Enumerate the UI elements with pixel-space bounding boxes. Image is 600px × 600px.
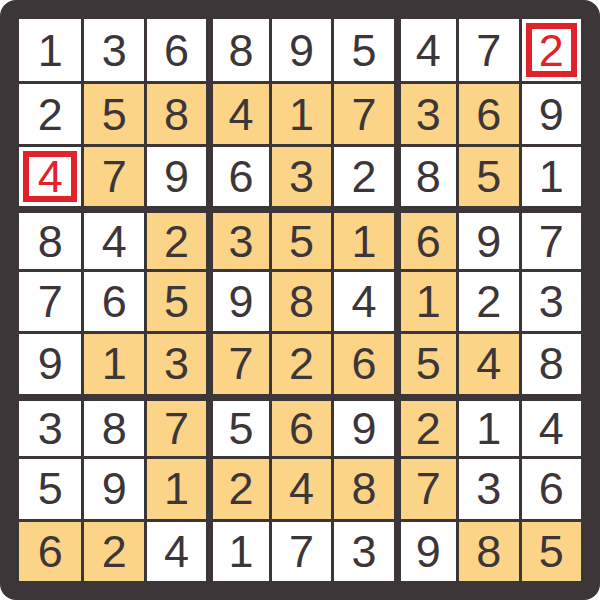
cell-value: 2	[289, 341, 314, 386]
cell-value: 6	[539, 466, 564, 511]
sudoku-cell-r4c6[interactable]: 1	[331, 206, 393, 268]
cell-value: 1	[102, 341, 127, 386]
cell-value: 8	[351, 466, 376, 511]
sudoku-cell-r7c3[interactable]: 7	[144, 394, 206, 456]
sudoku-cell-r3c2[interactable]: 7	[81, 144, 143, 206]
sudoku-cell-r6c8[interactable]: 4	[456, 331, 518, 393]
sudoku-cell-r5c2[interactable]: 6	[81, 269, 143, 331]
sudoku-cell-r5c9[interactable]: 3	[519, 269, 581, 331]
sudoku-cell-r2c2[interactable]: 5	[81, 81, 143, 143]
cell-value: 4	[102, 219, 127, 264]
sudoku-cell-r1c5[interactable]: 9	[269, 19, 331, 81]
sudoku-cell-r7c6[interactable]: 9	[331, 394, 393, 456]
sudoku-cell-r9c5[interactable]: 7	[269, 519, 331, 581]
cell-value: 7	[102, 154, 127, 199]
cell-value: 9	[539, 92, 564, 137]
cell-value: 2	[416, 406, 441, 451]
sudoku-cell-r2c1[interactable]: 2	[19, 81, 81, 143]
sudoku-cell-r5c5[interactable]: 8	[269, 269, 331, 331]
sudoku-cell-r1c9[interactable]: 2	[519, 19, 581, 81]
cell-value: 8	[102, 406, 127, 451]
sudoku-cell-r1c4[interactable]: 8	[206, 19, 268, 81]
cell-value: 3	[38, 406, 63, 451]
cell-value: 1	[289, 92, 314, 137]
cell-value: 4	[416, 28, 441, 73]
sudoku-cell-r4c7[interactable]: 6	[394, 206, 456, 268]
sudoku-cell-r3c5[interactable]: 3	[269, 144, 331, 206]
cell-value: 4	[539, 406, 564, 451]
sudoku-cell-r6c9[interactable]: 8	[519, 331, 581, 393]
cell-value: 5	[539, 529, 564, 574]
sudoku-cell-r7c1[interactable]: 3	[19, 394, 81, 456]
cell-value: 2	[102, 529, 127, 574]
cell-value: 6	[164, 28, 189, 73]
cell-value: 9	[351, 406, 376, 451]
sudoku-cell-r8c4[interactable]: 2	[206, 456, 268, 518]
cell-value: 6	[38, 529, 63, 574]
sudoku-cell-r8c9[interactable]: 6	[519, 456, 581, 518]
cell-value: 3	[539, 279, 564, 324]
cell-value: 8	[476, 529, 501, 574]
cell-value: 5	[351, 28, 376, 73]
cell-value: 4	[476, 341, 501, 386]
sudoku-cell-r2c4[interactable]: 4	[206, 81, 268, 143]
cell-value: 6	[351, 341, 376, 386]
sudoku-cell-r5c6[interactable]: 4	[331, 269, 393, 331]
sudoku-cell-r9c2[interactable]: 2	[81, 519, 143, 581]
sudoku-cell-r5c4[interactable]: 9	[206, 269, 268, 331]
sudoku-cell-r6c3[interactable]: 3	[144, 331, 206, 393]
cell-value: 4	[229, 92, 254, 137]
cell-value: 7	[416, 466, 441, 511]
cell-value: 8	[38, 219, 63, 264]
sudoku-cell-r7c4[interactable]: 5	[206, 394, 268, 456]
sudoku-cell-r3c9[interactable]: 1	[519, 144, 581, 206]
sudoku-board: 1368954722584173694796328518423516977659…	[0, 0, 600, 600]
sudoku-cell-r8c3[interactable]: 1	[144, 456, 206, 518]
sudoku-cell-r2c5[interactable]: 1	[269, 81, 331, 143]
sudoku-cell-r9c4[interactable]: 1	[206, 519, 268, 581]
cell-value: 9	[38, 341, 63, 386]
cell-value: 9	[476, 219, 501, 264]
cell-value: 9	[164, 154, 189, 199]
cell-value: 2	[476, 279, 501, 324]
sudoku-cell-r3c6[interactable]: 2	[331, 144, 393, 206]
cell-value: 6	[476, 92, 501, 137]
cell-value: 4	[164, 529, 189, 574]
cell-value: 4	[351, 279, 376, 324]
cell-value: 8	[289, 279, 314, 324]
cell-value: 9	[102, 466, 127, 511]
cell-value: 3	[351, 529, 376, 574]
cell-value: 1	[539, 154, 564, 199]
cell-value: 2	[539, 28, 564, 73]
sudoku-cell-r5c3[interactable]: 5	[144, 269, 206, 331]
sudoku-cell-r6c6[interactable]: 6	[331, 331, 393, 393]
sudoku-cell-r3c7[interactable]: 8	[394, 144, 456, 206]
cell-value: 6	[229, 154, 254, 199]
sudoku-cell-r7c8[interactable]: 1	[456, 394, 518, 456]
cell-value: 7	[476, 28, 501, 73]
cell-value: 1	[164, 466, 189, 511]
cell-value: 9	[289, 28, 314, 73]
cell-value: 3	[102, 28, 127, 73]
sudoku-cell-r6c4[interactable]: 7	[206, 331, 268, 393]
cell-value: 1	[38, 28, 63, 73]
cell-value: 1	[416, 279, 441, 324]
sudoku-cell-r4c8[interactable]: 9	[456, 206, 518, 268]
cell-value: 3	[164, 341, 189, 386]
cell-value: 6	[289, 406, 314, 451]
sudoku-cell-r8c7[interactable]: 7	[394, 456, 456, 518]
cell-value: 3	[229, 219, 254, 264]
sudoku-cell-r2c6[interactable]: 7	[331, 81, 393, 143]
cell-value: 4	[289, 466, 314, 511]
sudoku-cell-r4c3[interactable]: 2	[144, 206, 206, 268]
cell-value: 3	[289, 154, 314, 199]
sudoku-cell-r8c1[interactable]: 5	[19, 456, 81, 518]
sudoku-cell-r2c8[interactable]: 6	[456, 81, 518, 143]
sudoku-cell-r8c2[interactable]: 9	[81, 456, 143, 518]
cell-value: 3	[416, 92, 441, 137]
sudoku-cell-r5c7[interactable]: 1	[394, 269, 456, 331]
sudoku-cell-r6c2[interactable]: 1	[81, 331, 143, 393]
sudoku-cell-r6c5[interactable]: 2	[269, 331, 331, 393]
cell-value: 1	[476, 406, 501, 451]
sudoku-cell-r5c8[interactable]: 2	[456, 269, 518, 331]
cell-value: 5	[476, 154, 501, 199]
sudoku-cell-r5c1[interactable]: 7	[19, 269, 81, 331]
sudoku-cell-r3c3[interactable]: 9	[144, 144, 206, 206]
sudoku-cell-r2c3[interactable]: 8	[144, 81, 206, 143]
cell-value: 8	[539, 341, 564, 386]
cell-value: 5	[164, 279, 189, 324]
cell-value: 5	[102, 92, 127, 137]
sudoku-cell-r7c9[interactable]: 4	[519, 394, 581, 456]
sudoku-cell-r8c5[interactable]: 4	[269, 456, 331, 518]
cell-value: 9	[229, 279, 254, 324]
sudoku-cell-r8c8[interactable]: 3	[456, 456, 518, 518]
cell-value: 7	[289, 529, 314, 574]
sudoku-cell-r4c1[interactable]: 8	[19, 206, 81, 268]
cell-value: 8	[416, 154, 441, 199]
cell-value: 4	[38, 154, 63, 199]
sudoku-cell-r9c7[interactable]: 9	[394, 519, 456, 581]
sudoku-cell-r4c4[interactable]: 3	[206, 206, 268, 268]
sudoku-cell-r1c3[interactable]: 6	[144, 19, 206, 81]
sudoku-cell-r3c8[interactable]: 5	[456, 144, 518, 206]
sudoku-cell-r2c7[interactable]: 3	[394, 81, 456, 143]
cell-value: 7	[539, 219, 564, 264]
sudoku-cell-r6c7[interactable]: 5	[394, 331, 456, 393]
cell-value: 7	[38, 279, 63, 324]
sudoku-cell-r9c3[interactable]: 4	[144, 519, 206, 581]
cell-value: 8	[229, 28, 254, 73]
cell-value: 8	[164, 92, 189, 137]
cell-value: 1	[351, 219, 376, 264]
cell-value: 3	[476, 466, 501, 511]
cell-value: 1	[229, 529, 254, 574]
cell-value: 7	[229, 341, 254, 386]
sudoku-cell-r1c1[interactable]: 1	[19, 19, 81, 81]
sudoku-cell-r9c1[interactable]: 6	[19, 519, 81, 581]
cell-value: 6	[416, 219, 441, 264]
sudoku-cell-r7c5[interactable]: 6	[269, 394, 331, 456]
cell-value: 2	[351, 154, 376, 199]
sudoku-cell-r3c4[interactable]: 6	[206, 144, 268, 206]
cell-value: 6	[102, 279, 127, 324]
sudoku-cell-r9c8[interactable]: 8	[456, 519, 518, 581]
sudoku-cell-r8c6[interactable]: 8	[331, 456, 393, 518]
sudoku-cell-r1c6[interactable]: 5	[331, 19, 393, 81]
cell-value: 7	[351, 92, 376, 137]
sudoku-cell-r1c8[interactable]: 7	[456, 19, 518, 81]
sudoku-cell-r1c7[interactable]: 4	[394, 19, 456, 81]
sudoku-cell-r7c2[interactable]: 8	[81, 394, 143, 456]
cell-value: 2	[38, 92, 63, 137]
sudoku-cell-r6c1[interactable]: 9	[19, 331, 81, 393]
sudoku-cell-r4c2[interactable]: 4	[81, 206, 143, 268]
cell-value: 5	[289, 219, 314, 264]
sudoku-cell-r2c9[interactable]: 9	[519, 81, 581, 143]
sudoku-cell-r9c9[interactable]: 5	[519, 519, 581, 581]
sudoku-cell-r4c5[interactable]: 5	[269, 206, 331, 268]
sudoku-cell-r3c1[interactable]: 4	[19, 144, 81, 206]
cell-value: 2	[229, 466, 254, 511]
sudoku-cell-r4c9[interactable]: 7	[519, 206, 581, 268]
sudoku-grid: 1368954722584173694796328518423516977659…	[19, 19, 581, 581]
sudoku-cell-r9c6[interactable]: 3	[331, 519, 393, 581]
cell-value: 2	[164, 219, 189, 264]
cell-value: 5	[416, 341, 441, 386]
cell-value: 5	[38, 466, 63, 511]
cell-value: 7	[164, 406, 189, 451]
sudoku-cell-r7c7[interactable]: 2	[394, 394, 456, 456]
cell-value: 9	[416, 529, 441, 574]
cell-value: 5	[229, 406, 254, 451]
sudoku-cell-r1c2[interactable]: 3	[81, 19, 143, 81]
